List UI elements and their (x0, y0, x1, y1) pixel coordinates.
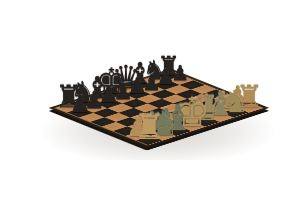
piece-white-pawn: ♟ (126, 113, 149, 139)
piece-white-queen: ♛ (190, 90, 223, 127)
piece-white-knight: ♞ (149, 107, 179, 140)
piece-black-knight: ♞ (70, 78, 96, 107)
piece-white-pawn: ♟ (141, 109, 164, 135)
piece-black-pawn: ♟ (171, 63, 189, 84)
piece-black-bishop: ♝ (84, 72, 111, 102)
piece-white-rook: ♜ (133, 110, 164, 145)
piece-black-pawn: ♟ (157, 67, 176, 88)
piece-black-pawn: ♟ (70, 92, 91, 116)
piece-white-knight: ♞ (221, 86, 248, 116)
piece-white-pawn: ♟ (199, 92, 220, 116)
piece-black-knight: ♞ (143, 58, 167, 84)
piece-white-pawn: ♟ (184, 97, 206, 121)
piece-black-pawn: ♟ (128, 75, 148, 97)
piece-white-pawn: ♟ (170, 101, 192, 126)
piece-black-king: ♚ (96, 64, 127, 99)
piece-white-pawn: ♟ (155, 105, 178, 130)
piece-black-pawn: ♟ (84, 88, 105, 111)
piece-white-rook: ♜ (235, 81, 263, 112)
chess-set-photo: ♜♞♝♛♚♝♞♜♟♟♟♟♟♟♟♟♟♟♟♟♟♟♟♟♜♞♝♛♚♝♞♜ (0, 0, 300, 200)
piece-white-bishop: ♝ (162, 101, 193, 136)
piece-black-pawn: ♟ (113, 80, 133, 102)
piece-black-rook: ♜ (55, 81, 83, 112)
piece-white-pawn: ♟ (213, 88, 234, 111)
piece-white-king: ♚ (174, 91, 210, 131)
piece-black-bishop: ♝ (127, 60, 153, 89)
pieces-layer: ♜♞♝♛♚♝♞♜♟♟♟♟♟♟♟♟♟♟♟♟♟♟♟♟♜♞♝♛♚♝♞♜ (0, 0, 300, 200)
piece-white-bishop: ♝ (206, 89, 236, 122)
piece-black-rook: ♜ (157, 53, 181, 80)
piece-black-pawn: ♟ (142, 71, 161, 92)
piece-black-queen: ♛ (112, 62, 140, 94)
piece-white-pawn: ♟ (228, 84, 248, 107)
piece-black-pawn: ♟ (99, 84, 119, 107)
